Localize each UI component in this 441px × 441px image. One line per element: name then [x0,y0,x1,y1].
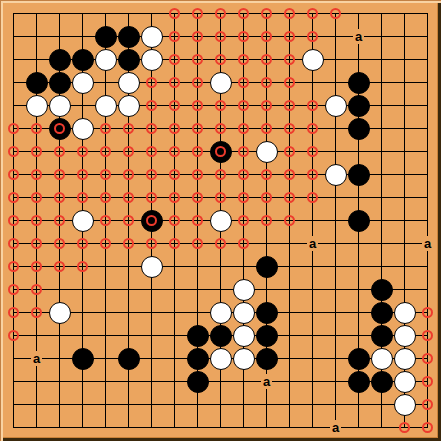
intersection-15-7[interactable] [324,140,347,163]
intersection-11-12[interactable] [232,255,255,278]
intersection-5-10[interactable] [94,209,117,232]
intersection-12-18[interactable] [255,393,278,416]
intersection-15-3[interactable] [324,48,347,71]
intersection-3-2[interactable] [48,25,71,48]
intersection-16-14[interactable] [347,301,370,324]
intersection-3-14[interactable] [48,301,71,324]
intersection-5-3[interactable] [94,48,117,71]
intersection-15-19[interactable]: a [324,416,347,439]
intersection-12-7[interactable] [255,140,278,163]
intersection-12-9[interactable] [255,186,278,209]
intersection-11-5[interactable] [232,94,255,117]
intersection-10-12[interactable] [209,255,232,278]
intersection-14-2[interactable] [301,25,324,48]
intersection-1-6[interactable] [2,117,25,140]
intersection-1-4[interactable] [2,71,25,94]
intersection-11-4[interactable] [232,71,255,94]
intersection-18-19[interactable] [393,416,416,439]
intersection-12-19[interactable] [255,416,278,439]
intersection-16-17[interactable] [347,370,370,393]
intersection-7-12[interactable] [140,255,163,278]
intersection-13-12[interactable] [278,255,301,278]
intersection-3-4[interactable] [48,71,71,94]
intersection-9-1[interactable] [186,2,209,25]
intersection-6-9[interactable] [117,186,140,209]
intersection-12-2[interactable] [255,25,278,48]
intersection-14-11[interactable]: a [301,232,324,255]
intersection-14-13[interactable] [301,278,324,301]
intersection-1-10[interactable] [2,209,25,232]
intersection-3-9[interactable] [48,186,71,209]
intersection-2-3[interactable] [25,48,48,71]
intersection-14-9[interactable] [301,186,324,209]
intersection-5-2[interactable] [94,25,117,48]
intersection-13-2[interactable] [278,25,301,48]
intersection-4-9[interactable] [71,186,94,209]
intersection-8-13[interactable] [163,278,186,301]
intersection-4-17[interactable] [71,370,94,393]
intersection-9-14[interactable] [186,301,209,324]
intersection-12-15[interactable] [255,324,278,347]
intersection-5-18[interactable] [94,393,117,416]
intersection-8-1[interactable] [163,2,186,25]
intersection-13-1[interactable] [278,2,301,25]
intersection-17-16[interactable] [370,347,393,370]
intersection-1-2[interactable] [2,25,25,48]
intersection-17-4[interactable] [370,71,393,94]
intersection-12-12[interactable] [255,255,278,278]
intersection-7-5[interactable] [140,94,163,117]
intersection-7-6[interactable] [140,117,163,140]
intersection-5-17[interactable] [94,370,117,393]
intersection-14-7[interactable] [301,140,324,163]
intersection-8-19[interactable] [163,416,186,439]
intersection-5-1[interactable] [94,2,117,25]
intersection-8-10[interactable] [163,209,186,232]
intersection-11-9[interactable] [232,186,255,209]
intersection-12-8[interactable] [255,163,278,186]
intersection-2-6[interactable] [25,117,48,140]
intersection-4-5[interactable] [71,94,94,117]
intersection-14-10[interactable] [301,209,324,232]
intersection-9-4[interactable] [186,71,209,94]
intersection-16-4[interactable] [347,71,370,94]
intersection-19-4[interactable] [416,71,439,94]
intersection-15-17[interactable] [324,370,347,393]
intersection-2-16[interactable]: a [25,347,48,370]
intersection-16-3[interactable] [347,48,370,71]
intersection-4-8[interactable] [71,163,94,186]
intersection-3-6[interactable] [48,117,71,140]
intersection-6-2[interactable] [117,25,140,48]
intersection-16-7[interactable] [347,140,370,163]
intersection-4-13[interactable] [71,278,94,301]
intersection-10-7[interactable] [209,140,232,163]
intersection-4-7[interactable] [71,140,94,163]
intersection-19-14[interactable] [416,301,439,324]
intersection-5-9[interactable] [94,186,117,209]
intersection-6-6[interactable] [117,117,140,140]
intersection-11-3[interactable] [232,48,255,71]
intersection-11-14[interactable] [232,301,255,324]
intersection-15-10[interactable] [324,209,347,232]
intersection-17-18[interactable] [370,393,393,416]
intersection-4-19[interactable] [71,416,94,439]
intersection-4-11[interactable] [71,232,94,255]
intersection-5-15[interactable] [94,324,117,347]
intersection-8-17[interactable] [163,370,186,393]
intersection-12-5[interactable] [255,94,278,117]
intersection-18-2[interactable] [393,25,416,48]
intersection-13-8[interactable] [278,163,301,186]
intersection-18-11[interactable] [393,232,416,255]
intersection-19-19[interactable] [416,416,439,439]
intersection-15-16[interactable] [324,347,347,370]
intersection-3-16[interactable] [48,347,71,370]
intersection-7-11[interactable] [140,232,163,255]
intersection-12-13[interactable] [255,278,278,301]
intersection-11-1[interactable] [232,2,255,25]
intersection-13-10[interactable] [278,209,301,232]
intersection-9-19[interactable] [186,416,209,439]
intersection-9-13[interactable] [186,278,209,301]
intersection-11-15[interactable] [232,324,255,347]
intersection-17-13[interactable] [370,278,393,301]
intersection-1-9[interactable] [2,186,25,209]
intersection-2-7[interactable] [25,140,48,163]
intersection-13-18[interactable] [278,393,301,416]
intersection-15-8[interactable] [324,163,347,186]
intersection-9-17[interactable] [186,370,209,393]
intersection-6-10[interactable] [117,209,140,232]
intersection-7-14[interactable] [140,301,163,324]
intersection-3-18[interactable] [48,393,71,416]
intersection-4-6[interactable] [71,117,94,140]
intersection-10-19[interactable] [209,416,232,439]
intersection-16-15[interactable] [347,324,370,347]
intersection-5-19[interactable] [94,416,117,439]
intersection-10-18[interactable] [209,393,232,416]
intersection-13-9[interactable] [278,186,301,209]
intersection-18-6[interactable] [393,117,416,140]
intersection-6-14[interactable] [117,301,140,324]
intersection-8-6[interactable] [163,117,186,140]
intersection-6-15[interactable] [117,324,140,347]
intersection-2-14[interactable] [25,301,48,324]
intersection-17-14[interactable] [370,301,393,324]
intersection-5-16[interactable] [94,347,117,370]
intersection-18-12[interactable] [393,255,416,278]
intersection-19-6[interactable] [416,117,439,140]
intersection-11-13[interactable] [232,278,255,301]
intersection-19-16[interactable] [416,347,439,370]
intersection-14-3[interactable] [301,48,324,71]
intersection-19-8[interactable] [416,163,439,186]
intersection-18-17[interactable] [393,370,416,393]
intersection-15-15[interactable] [324,324,347,347]
intersection-7-2[interactable] [140,25,163,48]
intersection-4-12[interactable] [71,255,94,278]
intersection-16-16[interactable] [347,347,370,370]
intersection-11-17[interactable] [232,370,255,393]
intersection-10-15[interactable] [209,324,232,347]
intersection-8-3[interactable] [163,48,186,71]
intersection-8-15[interactable] [163,324,186,347]
intersection-9-10[interactable] [186,209,209,232]
intersection-6-4[interactable] [117,71,140,94]
intersection-11-16[interactable] [232,347,255,370]
intersection-14-17[interactable] [301,370,324,393]
intersection-3-8[interactable] [48,163,71,186]
intersection-4-1[interactable] [71,2,94,25]
intersection-3-11[interactable] [48,232,71,255]
intersection-7-3[interactable] [140,48,163,71]
intersection-10-11[interactable] [209,232,232,255]
intersection-19-7[interactable] [416,140,439,163]
intersection-15-4[interactable] [324,71,347,94]
intersection-3-19[interactable] [48,416,71,439]
intersection-1-5[interactable] [2,94,25,117]
intersection-1-11[interactable] [2,232,25,255]
intersection-15-6[interactable] [324,117,347,140]
intersection-9-5[interactable] [186,94,209,117]
intersection-16-11[interactable] [347,232,370,255]
intersection-1-16[interactable] [2,347,25,370]
intersection-1-8[interactable] [2,163,25,186]
intersection-4-16[interactable] [71,347,94,370]
intersection-5-7[interactable] [94,140,117,163]
intersection-19-13[interactable] [416,278,439,301]
intersection-12-16[interactable] [255,347,278,370]
intersection-13-19[interactable] [278,416,301,439]
intersection-9-2[interactable] [186,25,209,48]
intersection-3-13[interactable] [48,278,71,301]
intersection-18-16[interactable] [393,347,416,370]
intersection-17-7[interactable] [370,140,393,163]
intersection-11-6[interactable] [232,117,255,140]
intersection-18-9[interactable] [393,186,416,209]
intersection-9-15[interactable] [186,324,209,347]
intersection-9-16[interactable] [186,347,209,370]
intersection-9-11[interactable] [186,232,209,255]
intersection-17-11[interactable] [370,232,393,255]
intersection-17-17[interactable] [370,370,393,393]
intersection-14-1[interactable] [301,2,324,25]
intersection-3-17[interactable] [48,370,71,393]
intersection-13-4[interactable] [278,71,301,94]
intersection-18-10[interactable] [393,209,416,232]
intersection-11-7[interactable] [232,140,255,163]
intersection-2-19[interactable] [25,416,48,439]
intersection-9-18[interactable] [186,393,209,416]
intersection-10-16[interactable] [209,347,232,370]
intersection-3-7[interactable] [48,140,71,163]
intersection-14-18[interactable] [301,393,324,416]
intersection-19-2[interactable] [416,25,439,48]
intersection-2-9[interactable] [25,186,48,209]
intersection-6-1[interactable] [117,2,140,25]
intersection-13-7[interactable] [278,140,301,163]
intersection-19-3[interactable] [416,48,439,71]
intersection-7-10[interactable] [140,209,163,232]
intersection-17-2[interactable] [370,25,393,48]
intersection-10-6[interactable] [209,117,232,140]
intersection-17-6[interactable] [370,117,393,140]
intersection-15-14[interactable] [324,301,347,324]
intersection-19-9[interactable] [416,186,439,209]
intersection-17-10[interactable] [370,209,393,232]
intersection-13-11[interactable] [278,232,301,255]
intersection-19-17[interactable] [416,370,439,393]
intersection-15-12[interactable] [324,255,347,278]
intersection-10-10[interactable] [209,209,232,232]
intersection-19-18[interactable] [416,393,439,416]
intersection-18-8[interactable] [393,163,416,186]
intersection-18-4[interactable] [393,71,416,94]
intersection-15-1[interactable] [324,2,347,25]
intersection-19-12[interactable] [416,255,439,278]
intersection-17-3[interactable] [370,48,393,71]
intersection-6-11[interactable] [117,232,140,255]
intersection-8-14[interactable] [163,301,186,324]
intersection-11-8[interactable] [232,163,255,186]
intersection-11-10[interactable] [232,209,255,232]
intersection-5-5[interactable] [94,94,117,117]
intersection-17-12[interactable] [370,255,393,278]
intersection-6-16[interactable] [117,347,140,370]
intersection-4-15[interactable] [71,324,94,347]
intersection-18-18[interactable] [393,393,416,416]
intersection-8-8[interactable] [163,163,186,186]
intersection-8-2[interactable] [163,25,186,48]
intersection-8-11[interactable] [163,232,186,255]
intersection-8-5[interactable] [163,94,186,117]
intersection-3-12[interactable] [48,255,71,278]
intersection-8-9[interactable] [163,186,186,209]
intersection-7-13[interactable] [140,278,163,301]
intersection-7-7[interactable] [140,140,163,163]
intersection-1-3[interactable] [2,48,25,71]
intersection-6-5[interactable] [117,94,140,117]
intersection-1-15[interactable] [2,324,25,347]
intersection-9-8[interactable] [186,163,209,186]
intersection-9-6[interactable] [186,117,209,140]
intersection-19-10[interactable] [416,209,439,232]
intersection-15-18[interactable] [324,393,347,416]
intersection-8-18[interactable] [163,393,186,416]
intersection-16-19[interactable] [347,416,370,439]
intersection-13-5[interactable] [278,94,301,117]
intersection-11-19[interactable] [232,416,255,439]
intersection-7-16[interactable] [140,347,163,370]
intersection-14-15[interactable] [301,324,324,347]
intersection-10-17[interactable] [209,370,232,393]
intersection-2-18[interactable] [25,393,48,416]
intersection-8-12[interactable] [163,255,186,278]
intersection-1-17[interactable] [2,370,25,393]
intersection-12-1[interactable] [255,2,278,25]
intersection-10-1[interactable] [209,2,232,25]
intersection-10-5[interactable] [209,94,232,117]
intersection-2-11[interactable] [25,232,48,255]
intersection-7-1[interactable] [140,2,163,25]
intersection-10-3[interactable] [209,48,232,71]
intersection-4-18[interactable] [71,393,94,416]
intersection-2-15[interactable] [25,324,48,347]
intersection-6-3[interactable] [117,48,140,71]
intersection-14-12[interactable] [301,255,324,278]
intersection-11-18[interactable] [232,393,255,416]
intersection-8-7[interactable] [163,140,186,163]
intersection-15-5[interactable] [324,94,347,117]
intersection-17-5[interactable] [370,94,393,117]
intersection-19-5[interactable] [416,94,439,117]
intersection-7-19[interactable] [140,416,163,439]
intersection-12-3[interactable] [255,48,278,71]
intersection-16-6[interactable] [347,117,370,140]
intersection-1-14[interactable] [2,301,25,324]
intersection-1-18[interactable] [2,393,25,416]
intersection-14-8[interactable] [301,163,324,186]
intersection-16-10[interactable] [347,209,370,232]
intersection-16-5[interactable] [347,94,370,117]
intersection-14-16[interactable] [301,347,324,370]
intersection-12-11[interactable] [255,232,278,255]
intersection-5-6[interactable] [94,117,117,140]
intersection-5-11[interactable] [94,232,117,255]
intersection-12-4[interactable] [255,71,278,94]
intersection-16-13[interactable] [347,278,370,301]
intersection-12-10[interactable] [255,209,278,232]
intersection-2-1[interactable] [25,2,48,25]
intersection-13-15[interactable] [278,324,301,347]
intersection-2-13[interactable] [25,278,48,301]
intersection-18-15[interactable] [393,324,416,347]
intersection-19-1[interactable] [416,2,439,25]
intersection-4-2[interactable] [71,25,94,48]
intersection-5-8[interactable] [94,163,117,186]
intersection-18-7[interactable] [393,140,416,163]
intersection-15-11[interactable] [324,232,347,255]
intersection-18-13[interactable] [393,278,416,301]
intersection-15-9[interactable] [324,186,347,209]
intersection-18-14[interactable] [393,301,416,324]
intersection-4-14[interactable] [71,301,94,324]
intersection-15-13[interactable] [324,278,347,301]
intersection-3-10[interactable] [48,209,71,232]
intersection-14-14[interactable] [301,301,324,324]
intersection-13-6[interactable] [278,117,301,140]
intersection-13-17[interactable] [278,370,301,393]
intersection-19-15[interactable] [416,324,439,347]
intersection-17-19[interactable] [370,416,393,439]
intersection-14-6[interactable] [301,117,324,140]
intersection-16-2[interactable]: a [347,25,370,48]
intersection-18-3[interactable] [393,48,416,71]
intersection-9-9[interactable] [186,186,209,209]
intersection-12-6[interactable] [255,117,278,140]
intersection-14-4[interactable] [301,71,324,94]
intersection-6-12[interactable] [117,255,140,278]
intersection-12-14[interactable] [255,301,278,324]
intersection-18-5[interactable] [393,94,416,117]
intersection-16-8[interactable] [347,163,370,186]
intersection-14-5[interactable] [301,94,324,117]
intersection-11-2[interactable] [232,25,255,48]
intersection-1-13[interactable] [2,278,25,301]
intersection-5-4[interactable] [94,71,117,94]
intersection-11-11[interactable] [232,232,255,255]
